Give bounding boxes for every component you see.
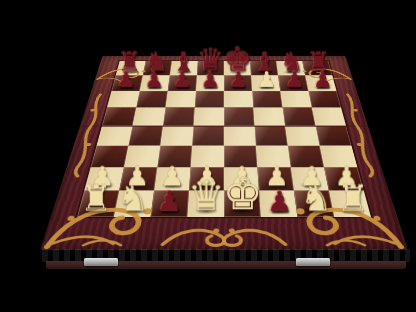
white-knight-g1[interactable]: ♞ (300, 180, 332, 216)
chess-set-photo: ♜♞♝♛♚♝♞♜♟♟♟♟♟♟♟♟♟♟♟♟♟♟♟♟♜♞♟♛♚♟♞♜ (0, 0, 416, 312)
red-pawn-g7[interactable]: ♟ (285, 69, 304, 91)
hinge-right-icon (296, 258, 330, 266)
white-knight-b1[interactable]: ♞ (116, 180, 148, 216)
white-queen-d1[interactable]: ♛ (187, 175, 224, 216)
square-b4[interactable] (128, 126, 163, 146)
white-rook-h1[interactable]: ♜ (336, 180, 368, 216)
square-c7[interactable]: ♟ (168, 75, 197, 90)
square-f4[interactable] (255, 126, 288, 146)
square-d7[interactable]: ♟ (196, 75, 224, 90)
square-a1[interactable]: ♜ (77, 191, 119, 217)
square-e5[interactable] (224, 108, 255, 126)
square-e1[interactable]: ♚ (224, 191, 261, 217)
fold-seam (80, 126, 369, 127)
square-f6[interactable] (252, 91, 282, 108)
square-g7[interactable]: ♟ (278, 75, 308, 90)
square-c1[interactable]: ♟ (151, 191, 190, 217)
red-pawn-b7[interactable]: ♟ (144, 69, 163, 91)
square-e7[interactable]: ♟ (224, 75, 252, 90)
red-pawn-c1[interactable]: ♟ (156, 188, 181, 216)
square-h4[interactable] (316, 126, 352, 146)
square-f5[interactable] (253, 108, 285, 126)
red-pawn-c7[interactable]: ♟ (172, 69, 191, 91)
square-g5[interactable] (283, 108, 316, 126)
square-h5[interactable] (312, 108, 346, 126)
square-d5[interactable] (193, 108, 224, 126)
red-pawn-f1[interactable]: ♟ (266, 188, 291, 216)
square-g6[interactable] (280, 91, 312, 108)
white-pawn-f7[interactable]: ♟ (256, 69, 275, 91)
board-scene: ♜♞♝♛♚♝♞♜♟♟♟♟♟♟♟♟♟♟♟♟♟♟♟♟♜♞♟♛♚♟♞♜ (40, 0, 408, 250)
gold-ornament-front-right-icon (204, 223, 290, 249)
board-frame: ♜♞♝♛♚♝♞♜♟♟♟♟♟♟♟♟♟♟♟♟♟♟♟♟♜♞♟♛♚♟♞♜ (40, 56, 408, 250)
square-e4[interactable] (224, 126, 256, 146)
red-pawn-e7[interactable]: ♟ (228, 69, 247, 91)
square-b5[interactable] (132, 108, 165, 126)
square-g4[interactable] (285, 126, 320, 146)
square-d1[interactable]: ♛ (187, 191, 224, 217)
square-h6[interactable] (308, 91, 341, 108)
square-a5[interactable] (102, 108, 136, 126)
square-c6[interactable] (165, 91, 195, 108)
square-b7[interactable]: ♟ (140, 75, 170, 90)
red-pawn-a7[interactable]: ♟ (116, 69, 135, 91)
board-grid: ♜♞♝♛♚♝♞♜♟♟♟♟♟♟♟♟♟♟♟♟♟♟♟♟♜♞♟♛♚♟♞♜ (77, 61, 371, 217)
red-pawn-h7[interactable]: ♟ (313, 69, 332, 91)
square-a6[interactable] (107, 91, 140, 108)
square-a4[interactable] (97, 126, 133, 146)
square-b6[interactable] (136, 91, 168, 108)
square-f1[interactable]: ♟ (259, 191, 298, 217)
square-g1[interactable]: ♞ (294, 191, 334, 217)
square-f7[interactable]: ♟ (251, 75, 280, 90)
square-b1[interactable]: ♞ (114, 191, 154, 217)
square-c4[interactable] (160, 126, 193, 146)
hinge-left-icon (84, 258, 118, 266)
square-h1[interactable]: ♜ (329, 191, 371, 217)
square-d6[interactable] (195, 91, 224, 108)
square-e6[interactable] (224, 91, 253, 108)
white-rook-a1[interactable]: ♜ (80, 180, 112, 216)
red-pawn-d7[interactable]: ♟ (200, 69, 219, 91)
white-king-e1[interactable]: ♚ (223, 172, 263, 216)
square-d4[interactable] (192, 126, 224, 146)
square-c5[interactable] (163, 108, 195, 126)
